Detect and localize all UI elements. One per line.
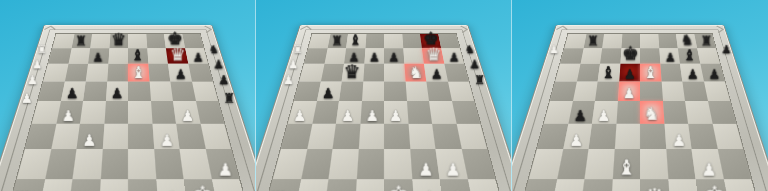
white-knight-piece[interactable]: ♞ xyxy=(408,65,422,81)
square-f6[interactable] xyxy=(148,64,170,82)
square-c4[interactable]: ♟ xyxy=(592,101,618,123)
square-f7[interactable] xyxy=(403,48,424,64)
square-h3[interactable] xyxy=(712,124,743,150)
square-b7[interactable] xyxy=(68,48,90,64)
square-d8[interactable] xyxy=(365,34,384,48)
square-h7[interactable] xyxy=(697,48,720,64)
board-panel-3: ♜♞♜♚♟♝♝♟♝♟♟♟♟♟♞♟♟♝♟♜♛♚♟♟ xyxy=(512,0,768,191)
black-pawn-piece[interactable]: ♟ xyxy=(388,51,399,63)
white-pawn-piece[interactable]: ♟ xyxy=(671,132,685,148)
black-queen-piece[interactable]: ♛ xyxy=(111,31,126,48)
square-f7[interactable]: ♟ xyxy=(659,48,680,64)
square-b8[interactable]: ♜ xyxy=(583,34,604,48)
square-e7[interactable] xyxy=(640,48,660,64)
square-e4[interactable] xyxy=(127,101,151,123)
square-h5[interactable] xyxy=(447,81,473,101)
square-b2[interactable] xyxy=(557,149,589,179)
black-pawn-piece[interactable]: ♟ xyxy=(110,86,123,100)
square-c7[interactable] xyxy=(600,48,621,64)
black-pawn-piece[interactable]: ♟ xyxy=(321,86,334,100)
square-e2[interactable] xyxy=(383,149,411,179)
square-c3[interactable] xyxy=(589,124,616,150)
square-b4[interactable]: ♟ xyxy=(55,101,82,123)
square-e2[interactable] xyxy=(640,149,668,179)
black-pawn-piece[interactable]: ♟ xyxy=(573,108,586,123)
board-frame: ♜♝♚♟♟♟♛♟♛♞♟♟♟♟♟♟♟♟♜♚♝♞♜♟♟♞♟♜ xyxy=(256,25,512,191)
frame-corner-ornament-tl xyxy=(299,26,311,34)
square-f6[interactable]: ♞ xyxy=(404,64,426,82)
white-pawn-piece[interactable]: ♟ xyxy=(389,108,402,123)
square-a1[interactable]: ♜ xyxy=(520,179,557,191)
white-king-piece[interactable]: ♚ xyxy=(386,184,411,191)
black-pawn-piece[interactable]: ♟ xyxy=(708,68,720,81)
square-f4[interactable] xyxy=(663,101,689,123)
black-king-piece[interactable]: ♚ xyxy=(622,45,639,64)
square-f2[interactable] xyxy=(666,149,696,179)
white-pawn-piece[interactable]: ♟ xyxy=(181,108,194,123)
white-pawn-piece[interactable]: ♟ xyxy=(293,108,306,123)
square-g6[interactable]: ♟ xyxy=(168,64,192,82)
white-pawn-piece[interactable]: ♟ xyxy=(623,86,636,100)
square-b8[interactable]: ♜ xyxy=(71,34,92,48)
square-h5[interactable] xyxy=(191,81,217,101)
square-f5[interactable] xyxy=(661,81,685,101)
chess-screenshot-strip: ♜♛♚♟♝♛♟♝♟♟♟♟♟♟♟♟♜♞♚♜♟♟♟♞♟♟♜♜♝♚♟♟♟♛♟♛♞♟♟♟… xyxy=(0,0,768,191)
captured-white-pawn: ♟ xyxy=(26,74,37,86)
white-bishop-piece[interactable]: ♝ xyxy=(617,157,636,178)
white-pawn-piece[interactable]: ♟ xyxy=(341,108,354,123)
square-b1[interactable] xyxy=(37,179,72,191)
square-c5[interactable] xyxy=(339,81,363,101)
square-e5[interactable] xyxy=(128,81,151,101)
square-d4[interactable] xyxy=(103,101,127,123)
square-g1[interactable]: ♚ xyxy=(695,179,730,191)
square-h5[interactable] xyxy=(703,81,730,101)
square-e6[interactable]: ♝ xyxy=(128,64,149,82)
white-pawn-piece[interactable]: ♟ xyxy=(61,108,74,123)
black-pawn-piece[interactable]: ♟ xyxy=(430,68,442,81)
captured-black-pawn: ♟ xyxy=(213,59,224,71)
square-c8[interactable] xyxy=(602,34,622,48)
square-d8[interactable]: ♛ xyxy=(109,34,128,48)
black-rook-piece[interactable]: ♜ xyxy=(330,34,342,47)
square-f4[interactable] xyxy=(406,101,431,123)
white-queen-piece[interactable]: ♛ xyxy=(425,46,441,64)
square-g7[interactable]: ♛ xyxy=(165,48,187,64)
square-e4[interactable]: ♟ xyxy=(383,101,407,123)
square-b3[interactable] xyxy=(306,124,335,150)
white-knight-piece[interactable]: ♞ xyxy=(448,189,468,191)
square-a4[interactable] xyxy=(31,101,60,123)
square-e1[interactable]: ♛ xyxy=(640,179,670,191)
black-pawn-piece[interactable]: ♟ xyxy=(448,51,459,63)
square-c4[interactable] xyxy=(79,101,105,123)
square-d5[interactable]: ♟ xyxy=(105,81,128,101)
square-h3[interactable] xyxy=(200,124,231,150)
square-d4[interactable] xyxy=(616,101,640,123)
square-f1[interactable] xyxy=(668,179,700,191)
black-bishop-piece[interactable]: ♝ xyxy=(349,33,362,47)
board-frame: ♜♛♚♟♝♛♟♝♟♟♟♟♟♟♟♟♜♞♚♜♟♟♟♞♟♟♜ xyxy=(0,25,256,191)
square-c8[interactable]: ♝ xyxy=(346,34,366,48)
square-c2[interactable] xyxy=(585,149,615,179)
square-e4[interactable]: ♞ xyxy=(640,101,664,123)
captured-black-rook: ♜ xyxy=(223,92,235,105)
square-d7[interactable]: ♟ xyxy=(364,48,384,64)
square-f5[interactable] xyxy=(149,81,173,101)
square-h4[interactable] xyxy=(195,101,224,123)
square-h6[interactable] xyxy=(187,64,212,82)
square-b7[interactable] xyxy=(324,48,346,64)
square-b2[interactable] xyxy=(44,149,76,179)
square-b4[interactable] xyxy=(311,101,338,123)
square-e3[interactable] xyxy=(383,124,409,150)
square-d7[interactable]: ♚ xyxy=(620,48,640,64)
square-f3[interactable]: ♟ xyxy=(151,124,178,150)
white-king-piece[interactable]: ♚ xyxy=(702,184,727,191)
square-f2[interactable]: ♟ xyxy=(409,149,439,179)
square-h1[interactable] xyxy=(723,179,760,191)
square-f1[interactable]: ♞ xyxy=(155,179,187,191)
square-c6[interactable]: ♛ xyxy=(341,64,363,82)
square-c5[interactable] xyxy=(595,81,619,101)
square-h1[interactable] xyxy=(211,179,248,191)
captured-black-pawn: ♟ xyxy=(218,74,229,86)
frame-corner-ornament-tr xyxy=(200,26,212,34)
square-e2[interactable] xyxy=(127,149,155,179)
square-e8[interactable] xyxy=(640,34,659,48)
square-d2[interactable]: ♝ xyxy=(612,149,640,179)
board-panel-2: ♜♝♚♟♟♟♛♟♛♞♟♟♟♟♟♟♟♟♜♚♝♞♜♟♟♞♟♜ xyxy=(256,0,512,191)
square-b6[interactable] xyxy=(320,64,344,82)
frame-corner-ornament-tr xyxy=(456,26,468,34)
black-rook-piece[interactable]: ♜ xyxy=(587,34,599,47)
square-h7[interactable]: ♟ xyxy=(184,48,207,64)
black-pawn-piece[interactable]: ♟ xyxy=(174,68,186,81)
captured-black-pawn: ♟ xyxy=(721,44,731,55)
square-c6[interactable] xyxy=(85,64,107,82)
square-h2[interactable] xyxy=(461,149,495,179)
square-b6[interactable] xyxy=(577,64,601,82)
black-pawn-piece[interactable]: ♟ xyxy=(92,51,103,63)
square-f7[interactable] xyxy=(147,48,168,64)
square-d6[interactable]: ♟ xyxy=(619,64,640,82)
white-pawn-piece[interactable]: ♟ xyxy=(701,160,716,177)
square-c1[interactable] xyxy=(323,179,355,191)
square-c1[interactable] xyxy=(67,179,99,191)
square-f4[interactable] xyxy=(150,101,175,123)
square-c1[interactable] xyxy=(580,179,612,191)
square-f5[interactable] xyxy=(405,81,429,101)
board-frame: ♜♞♜♚♟♝♝♟♝♟♟♟♟♟♞♟♟♝♟♜♛♚♟♟ xyxy=(512,25,768,191)
square-c2[interactable] xyxy=(72,149,102,179)
square-g7[interactable]: ♛ xyxy=(421,48,443,64)
square-h3[interactable] xyxy=(456,124,487,150)
black-pawn-piece[interactable]: ♟ xyxy=(687,68,699,81)
captured-white-pawn: ♟ xyxy=(288,59,299,71)
square-a8[interactable] xyxy=(308,34,330,48)
square-e3[interactable] xyxy=(640,124,666,150)
square-c6[interactable]: ♝ xyxy=(598,64,620,82)
black-rook-piece[interactable]: ♜ xyxy=(74,34,86,47)
captured-black-rook: ♜ xyxy=(474,74,485,86)
chess-board-grid: ♜♞♜♚♟♝♝♟♝♟♟♟♟♟♞♟♟♝♟♜♛♚ xyxy=(518,34,762,191)
square-g3[interactable] xyxy=(688,124,717,150)
black-rook-piece[interactable]: ♜ xyxy=(700,34,712,47)
white-pawn-piece[interactable]: ♟ xyxy=(82,132,96,148)
frame-corner-ornament-tr xyxy=(712,26,724,34)
square-b6[interactable] xyxy=(64,64,88,82)
square-h6[interactable]: ♟ xyxy=(700,64,725,82)
white-pawn-piece[interactable]: ♟ xyxy=(417,160,432,177)
square-a4[interactable] xyxy=(544,101,573,123)
square-d1[interactable] xyxy=(353,179,383,191)
square-e3[interactable] xyxy=(127,124,153,150)
square-c5[interactable] xyxy=(83,81,107,101)
white-king-piece[interactable]: ♚ xyxy=(190,184,215,191)
white-pawn-piece[interactable]: ♟ xyxy=(159,132,173,148)
black-bishop-piece[interactable]: ♝ xyxy=(601,65,615,81)
square-e6[interactable]: ♝ xyxy=(640,64,661,82)
square-c3[interactable]: ♟ xyxy=(76,124,104,150)
black-bishop-piece[interactable]: ♝ xyxy=(683,48,697,63)
captured-black-knight: ♞ xyxy=(209,44,219,55)
white-knight-piece[interactable]: ♞ xyxy=(162,189,182,191)
square-b5[interactable]: ♟ xyxy=(316,81,341,101)
black-pawn-piece[interactable]: ♟ xyxy=(624,68,636,81)
square-g3[interactable] xyxy=(431,124,460,150)
square-b5[interactable]: ♟ xyxy=(60,81,85,101)
square-d1[interactable] xyxy=(97,179,127,191)
square-d5[interactable] xyxy=(361,81,384,101)
square-b7[interactable] xyxy=(580,48,602,64)
square-b3[interactable]: ♟ xyxy=(563,124,592,150)
square-h2[interactable]: ♟ xyxy=(205,149,239,179)
square-h7[interactable]: ♟ xyxy=(440,48,463,64)
square-d2[interactable] xyxy=(100,149,128,179)
square-h8[interactable]: ♜ xyxy=(694,34,716,48)
square-b4[interactable]: ♟ xyxy=(568,101,595,123)
square-e1[interactable]: ♚ xyxy=(383,179,413,191)
square-f8[interactable] xyxy=(402,34,422,48)
square-f2[interactable] xyxy=(153,149,183,179)
square-d7[interactable] xyxy=(108,48,128,64)
white-pawn-piece[interactable]: ♟ xyxy=(365,108,378,123)
square-d2[interactable] xyxy=(356,149,384,179)
square-f3[interactable] xyxy=(407,124,434,150)
square-f8[interactable] xyxy=(146,34,166,48)
captured-black-pawn: ♟ xyxy=(469,59,480,71)
square-b1[interactable] xyxy=(293,179,328,191)
square-c3[interactable] xyxy=(332,124,360,150)
square-g6[interactable]: ♟ xyxy=(424,64,448,82)
captured-white-pawn: ♟ xyxy=(282,74,293,86)
captured-white-pawn: ♟ xyxy=(32,59,43,71)
square-g1[interactable]: ♚ xyxy=(183,179,218,191)
white-pawn-piece[interactable]: ♟ xyxy=(597,108,610,123)
square-f1[interactable]: ♝ xyxy=(411,179,443,191)
square-h6[interactable] xyxy=(443,64,468,82)
square-b1[interactable] xyxy=(550,179,585,191)
board-scene: ♜♞♜♚♟♝♝♟♝♟♟♟♟♟♞♟♟♝♟♜♛♚♟♟ xyxy=(512,25,768,191)
frame-corner-ornament-tl xyxy=(43,26,55,34)
square-d5[interactable]: ♟ xyxy=(618,81,641,101)
captured-white-pawn: ♟ xyxy=(20,92,32,105)
white-pawn-piece[interactable]: ♟ xyxy=(569,132,583,148)
black-pawn-piece[interactable]: ♟ xyxy=(65,86,78,100)
square-b8[interactable]: ♜ xyxy=(327,34,348,48)
square-d6[interactable] xyxy=(106,64,127,82)
square-a1[interactable]: ♜ xyxy=(263,179,300,191)
white-bishop-piece[interactable]: ♝ xyxy=(418,189,438,191)
square-e5[interactable] xyxy=(640,81,663,101)
square-c7[interactable]: ♟ xyxy=(88,48,109,64)
board-scene: ♜♛♚♟♝♛♟♝♟♟♟♟♟♟♟♟♜♞♚♜♟♟♟♞♟♟♜ xyxy=(0,25,256,191)
white-bishop-piece[interactable]: ♝ xyxy=(131,65,145,81)
square-d6[interactable] xyxy=(362,64,383,82)
square-h1[interactable] xyxy=(467,179,504,191)
black-queen-piece[interactable]: ♛ xyxy=(343,62,360,81)
white-pawn-piece[interactable]: ♟ xyxy=(445,160,460,177)
square-g4[interactable] xyxy=(685,101,712,123)
square-a4[interactable]: ♟ xyxy=(287,101,316,123)
square-g4[interactable]: ♟ xyxy=(173,101,200,123)
square-g4[interactable] xyxy=(429,101,456,123)
square-d3[interactable] xyxy=(358,124,384,150)
square-c8[interactable] xyxy=(90,34,110,48)
board-panel-1: ♜♛♚♟♝♛♟♝♟♟♟♟♟♟♟♟♜♞♚♜♟♟♟♞♟♟♜ xyxy=(0,0,256,191)
captured-white-rook: ♜ xyxy=(292,44,302,55)
white-queen-piece[interactable]: ♛ xyxy=(169,46,185,64)
square-h4[interactable] xyxy=(708,101,737,123)
square-a1[interactable]: ♜ xyxy=(7,179,44,191)
white-queen-piece[interactable]: ♛ xyxy=(643,185,667,191)
square-f8[interactable] xyxy=(658,34,678,48)
square-e5[interactable] xyxy=(384,81,407,101)
captured-white-rook: ♜ xyxy=(36,44,46,55)
square-f3[interactable]: ♟ xyxy=(664,124,691,150)
white-knight-piece[interactable]: ♞ xyxy=(644,105,660,123)
square-d4[interactable]: ♟ xyxy=(359,101,383,123)
square-b5[interactable] xyxy=(573,81,598,101)
square-e6[interactable] xyxy=(384,64,405,82)
square-f6[interactable] xyxy=(660,64,682,82)
black-pawn-piece[interactable]: ♟ xyxy=(664,51,675,63)
black-pawn-piece[interactable]: ♟ xyxy=(368,51,379,63)
board-scene: ♜♝♚♟♟♟♛♟♛♞♟♟♟♟♟♟♟♟♜♚♝♞♜♟♟♞♟♜ xyxy=(256,25,512,191)
frame-corner-ornament-tl xyxy=(556,26,568,34)
white-bishop-piece[interactable]: ♝ xyxy=(643,65,657,81)
square-h4[interactable] xyxy=(451,101,480,123)
captured-black-knight: ♞ xyxy=(465,44,475,55)
square-g3[interactable] xyxy=(175,124,204,150)
square-h2[interactable] xyxy=(717,149,751,179)
square-d1[interactable] xyxy=(610,179,640,191)
square-c4[interactable]: ♟ xyxy=(335,101,361,123)
square-d3[interactable] xyxy=(102,124,128,150)
black-pawn-piece[interactable]: ♟ xyxy=(192,51,203,63)
square-e7[interactable]: ♟ xyxy=(384,48,404,64)
square-e1[interactable] xyxy=(127,179,157,191)
square-b3[interactable] xyxy=(50,124,79,150)
square-b2[interactable] xyxy=(300,149,332,179)
square-d3[interactable] xyxy=(614,124,640,150)
captured-white-pawn: ♟ xyxy=(549,44,559,55)
square-e8[interactable] xyxy=(384,34,403,48)
square-c2[interactable] xyxy=(328,149,358,179)
white-pawn-piece[interactable]: ♟ xyxy=(216,160,231,177)
black-bishop-piece[interactable]: ♝ xyxy=(131,48,145,63)
square-e7[interactable]: ♝ xyxy=(128,48,148,64)
square-a8[interactable] xyxy=(52,34,74,48)
